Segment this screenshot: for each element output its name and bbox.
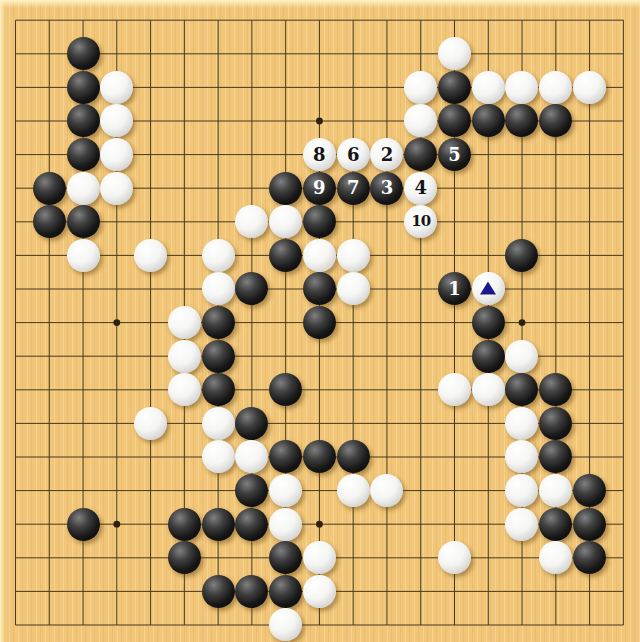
black-stone [303,440,336,473]
move-number-label: 1 [438,272,471,305]
white-stone [438,37,471,70]
white-stone [573,71,606,104]
move-number-label: 7 [337,172,370,205]
move-number-label: 2 [370,138,403,171]
black-stone: 5 [438,138,471,171]
move-number-label: 9 [303,172,336,205]
white-stone [168,340,201,373]
white-stone [438,373,471,406]
white-stone [134,407,167,440]
white-stone [337,474,370,507]
black-stone [202,575,235,608]
black-stone [67,71,100,104]
black-stone [269,239,302,272]
white-stone [505,407,538,440]
black-stone [235,272,268,305]
black-stone [438,71,471,104]
black-stone [67,138,100,171]
black-stone [202,373,235,406]
white-stone [505,340,538,373]
go-board[interactable]: 86259734101 [0,0,640,642]
black-stone [67,508,100,541]
white-stone [235,440,268,473]
black-stone [235,575,268,608]
black-stone [235,407,268,440]
black-stone [168,508,201,541]
black-stone [269,172,302,205]
white-stone: 8 [303,138,336,171]
black-stone [33,205,66,238]
white-stone [438,541,471,574]
black-stone [404,138,437,171]
white-stone [100,172,133,205]
black-stone [67,104,100,137]
white-stone [337,272,370,305]
black-stone [539,440,572,473]
white-stone [269,205,302,238]
black-stone [303,205,336,238]
black-stone [33,172,66,205]
move-number-label: 8 [303,138,336,171]
white-stone [202,440,235,473]
black-stone [539,104,572,137]
black-stone [539,508,572,541]
white-stone [100,138,133,171]
black-stone [472,340,505,373]
white-stone [370,474,403,507]
black-stone [472,104,505,137]
black-stone [67,37,100,70]
white-stone [505,71,538,104]
white-stone [235,205,268,238]
black-stone [202,340,235,373]
black-stone [235,508,268,541]
black-stone [202,306,235,339]
stones-layer: 86259734101 [0,3,640,641]
black-stone [438,104,471,137]
white-stone [472,272,505,305]
black-stone [539,407,572,440]
white-stone [539,474,572,507]
black-stone [505,373,538,406]
black-stone [539,373,572,406]
move-number-label: 4 [404,172,437,205]
black-stone: 3 [370,172,403,205]
black-stone [67,205,100,238]
white-stone [134,239,167,272]
white-stone [404,71,437,104]
black-stone [303,272,336,305]
white-stone: 6 [337,138,370,171]
black-stone [202,508,235,541]
white-stone [67,239,100,272]
triangle-marker [480,281,496,294]
white-stone [303,541,336,574]
black-stone: 1 [438,272,471,305]
white-stone [67,172,100,205]
white-stone: 10 [404,205,437,238]
white-stone [539,71,572,104]
white-stone [303,575,336,608]
black-stone [303,306,336,339]
white-stone [472,373,505,406]
black-stone [269,373,302,406]
white-stone [202,239,235,272]
black-stone [168,541,201,574]
black-stone [573,474,606,507]
white-stone: 4 [404,172,437,205]
black-stone [472,306,505,339]
white-stone [303,239,336,272]
white-stone [539,541,572,574]
black-stone [269,575,302,608]
black-stone [269,541,302,574]
white-stone [202,272,235,305]
move-number-label: 6 [337,138,370,171]
white-stone [505,474,538,507]
white-stone [168,373,201,406]
black-stone [505,104,538,137]
white-stone [269,608,302,641]
black-stone [337,440,370,473]
white-stone [269,474,302,507]
white-stone [472,71,505,104]
black-stone [573,541,606,574]
white-stone: 2 [370,138,403,171]
white-stone [168,306,201,339]
white-stone [100,71,133,104]
white-stone [100,104,133,137]
move-number-label: 10 [404,205,437,238]
black-stone [573,508,606,541]
white-stone [404,104,437,137]
white-stone [505,508,538,541]
white-stone [337,239,370,272]
white-stone [505,440,538,473]
move-number-label: 5 [438,138,471,171]
black-stone: 7 [337,172,370,205]
black-stone [269,440,302,473]
white-stone [269,508,302,541]
black-stone [235,474,268,507]
black-stone: 9 [303,172,336,205]
white-stone [202,407,235,440]
move-number-label: 3 [370,172,403,205]
black-stone [505,239,538,272]
